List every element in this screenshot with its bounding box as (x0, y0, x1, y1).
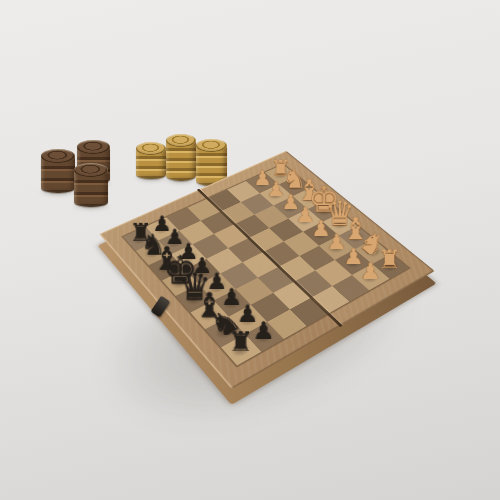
dark-draughts-stack-1[interactable] (41, 149, 75, 193)
stack-contact-shadow (71, 202, 110, 211)
draughts-disc-sides (166, 141, 196, 181)
draughts-disc-top (77, 140, 110, 154)
light-draughts-stack-4[interactable] (136, 142, 166, 179)
draughts-disc-top (136, 142, 166, 155)
photo-scene: ♜♟♟♜♞♟♟♞♝♟♟♝♚♟♟♚♛♟♟♛♝♟♟♝♞♟♟♞♜♟♟♜ (0, 0, 500, 500)
dark-draughts-stack-3[interactable] (74, 163, 108, 207)
draughts-disc-top (196, 139, 227, 152)
draughts-disc-top (166, 134, 196, 147)
draughts-disc-top (74, 163, 108, 177)
draughts-disc-top (41, 149, 75, 163)
stack-contact-shadow (38, 188, 77, 197)
light-draughts-stack-5[interactable] (166, 134, 196, 181)
